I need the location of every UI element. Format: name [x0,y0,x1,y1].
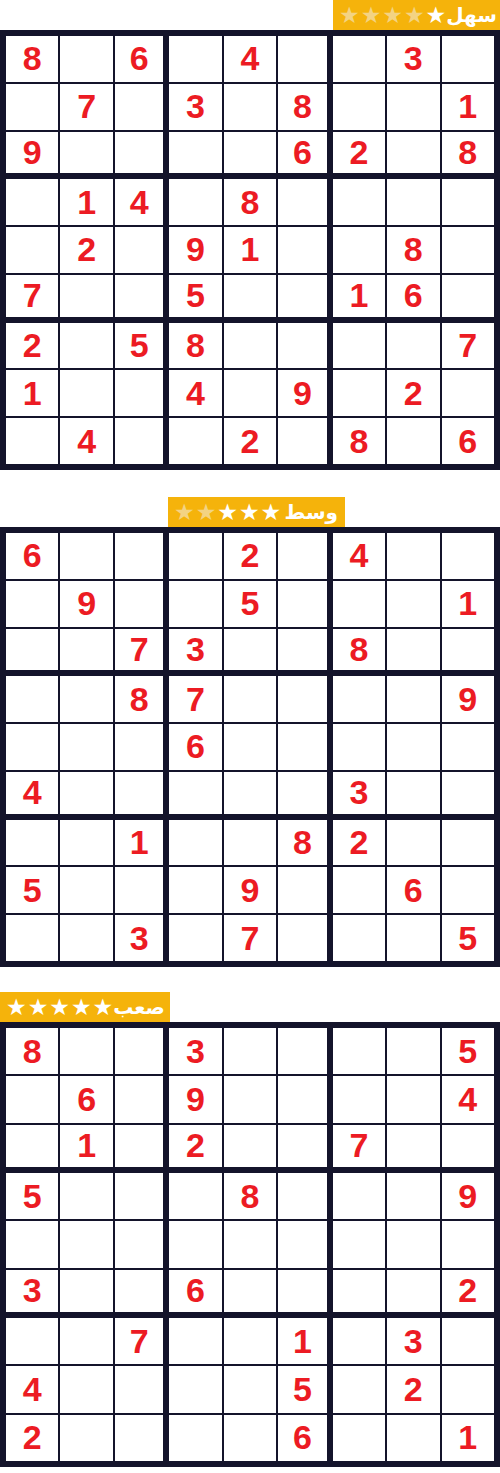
sudoku-cell-given: 5 [224,581,276,627]
sudoku-cell-given: 2 [6,1415,58,1461]
sudoku-cell-empty[interactable] [224,676,276,722]
sudoku-cell-given: 8 [169,323,221,369]
sudoku-cell-empty[interactable] [60,676,112,722]
sudoku-cell-given: 5 [169,275,221,321]
sudoku-cell-empty[interactable] [333,179,385,225]
sudoku-cell-given: 5 [6,867,58,913]
sudoku-cell-empty[interactable] [60,867,112,913]
sudoku-cell-given: 2 [169,1125,221,1171]
sudoku-cell-empty[interactable] [387,1221,439,1267]
sudoku-cell-empty[interactable] [169,581,221,627]
sudoku-cell-empty[interactable] [169,1366,221,1412]
sudoku-cell-empty[interactable] [333,1173,385,1219]
sudoku-cell-given: 6 [115,36,167,82]
sudoku-cell-empty[interactable] [224,820,276,866]
sudoku-cell-empty[interactable] [115,1415,167,1461]
sudoku-cell-empty[interactable] [387,581,439,627]
sudoku-cell-empty[interactable] [224,772,276,818]
sudoku-cell-empty[interactable] [115,1125,167,1171]
sudoku-cell-empty[interactable] [224,1318,276,1364]
sudoku-cell-empty[interactable] [333,915,385,961]
sudoku-cell-empty[interactable] [169,1173,221,1219]
sudoku-cell-given: 2 [333,820,385,866]
star-icon-empty: ★ [382,2,403,28]
sudoku-cell-given: 4 [169,370,221,416]
sudoku-cell-empty[interactable] [224,323,276,369]
sudoku-cell-empty[interactable] [169,179,221,225]
sudoku-cell-empty[interactable] [60,629,112,675]
sudoku-cell-given: 2 [333,132,385,178]
star-icon-filled: ★ [28,994,49,1020]
sudoku-cell-empty[interactable] [387,323,439,369]
sudoku-cell-empty[interactable] [442,370,494,416]
sudoku-cell-empty[interactable] [224,629,276,675]
sudoku-cell-given: 9 [6,132,58,178]
sudoku-cell-empty[interactable] [115,132,167,178]
sudoku-cell-empty[interactable] [224,275,276,321]
sudoku-cell-given: 5 [115,323,167,369]
star-icon-filled: ★ [217,499,238,525]
sudoku-cell-empty[interactable] [60,1318,112,1364]
sudoku-cell-empty[interactable] [387,724,439,770]
sudoku-cell-empty[interactable] [115,227,167,273]
sudoku-cell-empty[interactable] [442,820,494,866]
sudoku-cell-empty[interactable] [442,1366,494,1412]
sudoku-cell-empty[interactable] [6,581,58,627]
sudoku-board-hard: 835694127589362713452261 [0,1022,500,1467]
star-icon-filled: ★ [71,994,92,1020]
sudoku-cell-empty[interactable] [6,418,58,464]
sudoku-cell-empty[interactable] [278,772,330,818]
puzzle-hard: ★★★★★ صعب 835694127589362713452261 [0,992,500,1467]
sudoku-cell-empty[interactable] [442,533,494,579]
sudoku-cell-empty[interactable] [115,533,167,579]
sudoku-cell-given: 2 [387,1366,439,1412]
sudoku-cell-empty[interactable] [60,1415,112,1461]
star-icon-filled: ★ [6,994,27,1020]
star-rating: ★★★★★ [174,499,281,525]
sudoku-cell-empty[interactable] [115,581,167,627]
sudoku-cell-empty[interactable] [224,1366,276,1412]
star-icon-filled: ★ [49,994,70,1020]
sudoku-cell-given: 7 [6,275,58,321]
sudoku-cell-empty[interactable] [387,772,439,818]
sudoku-cell-empty[interactable] [169,36,221,82]
sudoku-cell-empty[interactable] [6,629,58,675]
sudoku-cell-empty[interactable] [60,533,112,579]
sudoku-cell-empty[interactable] [169,1221,221,1267]
sudoku-cell-given: 5 [6,1173,58,1219]
puzzle-easy: ★★★★★ سهل 864373819628148291875162587149… [0,0,500,470]
sudoku-cell-empty[interactable] [6,820,58,866]
sudoku-cell-given: 8 [333,418,385,464]
sudoku-cell-empty[interactable] [387,1415,439,1461]
sudoku-cell-given: 1 [278,1318,330,1364]
sudoku-cell-empty[interactable] [278,418,330,464]
sudoku-cell-empty[interactable] [115,418,167,464]
sudoku-cell-empty[interactable] [278,323,330,369]
sudoku-cell-empty[interactable] [442,629,494,675]
puzzle-medium: ★★★★★ وسط 624951738879643182596375 [0,497,500,967]
sudoku-cell-empty[interactable] [60,1028,112,1074]
sudoku-cell-given: 4 [115,179,167,225]
sudoku-cell-empty[interactable] [6,1221,58,1267]
sudoku-cell-given: 6 [387,867,439,913]
star-rating: ★★★★★ [6,994,113,1020]
sudoku-cell-given: 8 [278,84,330,130]
sudoku-cell-given: 6 [278,1415,330,1461]
sudoku-cell-empty[interactable] [169,132,221,178]
star-icon-filled: ★ [426,2,447,28]
sudoku-cell-empty[interactable] [278,915,330,961]
star-icon-empty: ★ [404,2,425,28]
sudoku-cell-empty[interactable] [278,1173,330,1219]
difficulty-banner-medium: ★★★★★ وسط [168,497,345,527]
sudoku-cell-given: 3 [115,915,167,961]
sudoku-cell-given: 4 [224,36,276,82]
sudoku-cell-empty[interactable] [333,84,385,130]
sudoku-cell-given: 8 [442,132,494,178]
sudoku-cell-empty[interactable] [442,275,494,321]
sudoku-cell-empty[interactable] [333,370,385,416]
sudoku-cell-empty[interactable] [278,227,330,273]
sudoku-cell-empty[interactable] [224,84,276,130]
sudoku-cell-empty[interactable] [60,1221,112,1267]
sudoku-cell-empty[interactable] [6,84,58,130]
sudoku-cell-empty[interactable] [278,1076,330,1122]
sudoku-cell-empty[interactable] [115,1270,167,1316]
sudoku-cell-given: 7 [60,84,112,130]
difficulty-banner-hard: ★★★★★ صعب [0,992,170,1022]
sudoku-cell-given: 9 [442,676,494,722]
sudoku-cell-empty[interactable] [278,1221,330,1267]
sudoku-cell-empty[interactable] [387,179,439,225]
sudoku-cell-empty[interactable] [60,915,112,961]
sudoku-cell-given: 4 [333,533,385,579]
sudoku-cell-empty[interactable] [333,1270,385,1316]
difficulty-label: صعب [113,993,165,1021]
sudoku-cell-empty[interactable] [169,418,221,464]
sudoku-cell-empty[interactable] [442,1125,494,1171]
sudoku-cell-given: 3 [169,1028,221,1074]
sudoku-cell-empty[interactable] [115,724,167,770]
sudoku-cell-given: 3 [333,772,385,818]
sudoku-cell-empty[interactable] [224,1125,276,1171]
sudoku-cell-empty[interactable] [333,676,385,722]
sudoku-cell-empty[interactable] [115,772,167,818]
sudoku-cell-given: 1 [60,1125,112,1171]
sudoku-cell-given: 1 [442,581,494,627]
sudoku-cell-empty[interactable] [115,867,167,913]
sudoku-cell-empty[interactable] [60,275,112,321]
sudoku-cell-empty[interactable] [224,370,276,416]
sudoku-cell-empty[interactable] [278,724,330,770]
sudoku-cell-empty[interactable] [60,323,112,369]
sudoku-cell-empty[interactable] [169,1415,221,1461]
sudoku-page: ★★★★★ سهل 864373819628148291875162587149… [0,0,500,1467]
sudoku-cell-given: 9 [169,227,221,273]
sudoku-cell-given: 4 [442,1076,494,1122]
sudoku-cell-given: 6 [442,418,494,464]
sudoku-cell-empty[interactable] [278,179,330,225]
sudoku-cell-empty[interactable] [115,1173,167,1219]
sudoku-cell-empty[interactable] [387,1076,439,1122]
sudoku-cell-given: 2 [224,418,276,464]
sudoku-cell-empty[interactable] [333,1366,385,1412]
sudoku-cell-empty[interactable] [278,1125,330,1171]
sudoku-cell-empty[interactable] [278,629,330,675]
sudoku-cell-given: 2 [442,1270,494,1316]
sudoku-cell-given: 8 [115,676,167,722]
sudoku-cell-empty[interactable] [387,84,439,130]
sudoku-cell-empty[interactable] [169,772,221,818]
sudoku-cell-empty[interactable] [278,867,330,913]
sudoku-cell-given: 7 [333,1125,385,1171]
sudoku-cell-empty[interactable] [442,1318,494,1364]
sudoku-cell-given: 8 [278,820,330,866]
sudoku-cell-given: 6 [60,1076,112,1122]
sudoku-cell-given: 9 [278,370,330,416]
sudoku-cell-empty[interactable] [115,370,167,416]
sudoku-cell-given: 8 [6,1028,58,1074]
sudoku-cell-empty[interactable] [115,1076,167,1122]
sudoku-cell-given: 9 [442,1173,494,1219]
sudoku-cell-empty[interactable] [6,724,58,770]
sudoku-cell-given: 2 [60,227,112,273]
sudoku-cell-given: 6 [278,132,330,178]
sudoku-cell-empty[interactable] [278,1270,330,1316]
sudoku-cell-given: 9 [60,581,112,627]
sudoku-cell-given: 8 [6,36,58,82]
sudoku-cell-empty[interactable] [333,1028,385,1074]
sudoku-cell-given: 2 [6,323,58,369]
sudoku-cell-empty[interactable] [333,581,385,627]
sudoku-cell-empty[interactable] [169,915,221,961]
sudoku-cell-given: 8 [224,1173,276,1219]
sudoku-board-easy: 86437381962814829187516258714924286 [0,30,500,470]
sudoku-cell-empty[interactable] [442,772,494,818]
sudoku-cell-empty[interactable] [333,724,385,770]
sudoku-cell-given: 9 [224,867,276,913]
sudoku-cell-given: 8 [387,227,439,273]
sudoku-cell-given: 1 [333,275,385,321]
sudoku-cell-empty[interactable] [6,1076,58,1122]
sudoku-cell-given: 3 [169,629,221,675]
sudoku-cell-empty[interactable] [60,1366,112,1412]
star-icon-empty: ★ [196,499,217,525]
sudoku-cell-empty[interactable] [278,676,330,722]
sudoku-cell-given: 1 [60,179,112,225]
star-rating: ★★★★★ [339,2,446,28]
star-icon-empty: ★ [174,499,195,525]
sudoku-cell-empty[interactable] [387,533,439,579]
sudoku-cell-empty[interactable] [278,275,330,321]
sudoku-cell-empty[interactable] [169,533,221,579]
sudoku-cell-given: 5 [278,1366,330,1412]
sudoku-cell-empty[interactable] [6,1125,58,1171]
sudoku-cell-empty[interactable] [442,724,494,770]
sudoku-cell-empty[interactable] [387,820,439,866]
sudoku-cell-empty[interactable] [387,1270,439,1316]
difficulty-banner-easy: ★★★★★ سهل [333,0,500,30]
sudoku-cell-given: 7 [224,915,276,961]
sudoku-cell-given: 3 [169,84,221,130]
sudoku-cell-empty[interactable] [6,179,58,225]
sudoku-cell-empty[interactable] [387,1173,439,1219]
sudoku-cell-empty[interactable] [224,724,276,770]
sudoku-cell-empty[interactable] [387,132,439,178]
sudoku-cell-empty[interactable] [224,1415,276,1461]
sudoku-cell-empty[interactable] [442,179,494,225]
sudoku-cell-given: 7 [442,323,494,369]
sudoku-cell-empty[interactable] [224,1221,276,1267]
sudoku-cell-empty[interactable] [333,1415,385,1461]
difficulty-label: سهل [446,1,497,29]
sudoku-cell-empty[interactable] [115,1221,167,1267]
star-icon-filled: ★ [93,994,114,1020]
sudoku-cell-empty[interactable] [333,323,385,369]
sudoku-cell-given: 4 [60,418,112,464]
sudoku-cell-empty[interactable] [60,370,112,416]
sudoku-cell-given: 7 [115,629,167,675]
sudoku-cell-given: 6 [6,533,58,579]
sudoku-cell-given: 1 [442,84,494,130]
sudoku-cell-empty[interactable] [278,581,330,627]
sudoku-cell-empty[interactable] [387,1125,439,1171]
sudoku-cell-empty[interactable] [387,1028,439,1074]
sudoku-cell-empty[interactable] [169,1318,221,1364]
star-icon-empty: ★ [361,2,382,28]
sudoku-cell-empty[interactable] [333,36,385,82]
sudoku-cell-empty[interactable] [387,676,439,722]
sudoku-cell-empty[interactable] [387,629,439,675]
star-icon-empty: ★ [339,2,360,28]
sudoku-cell-empty[interactable] [278,36,330,82]
sudoku-cell-empty[interactable] [169,820,221,866]
sudoku-cell-given: 1 [115,820,167,866]
sudoku-cell-given: 5 [442,915,494,961]
sudoku-cell-empty[interactable] [224,1076,276,1122]
sudoku-cell-given: 4 [6,772,58,818]
sudoku-cell-empty[interactable] [169,867,221,913]
sudoku-cell-empty[interactable] [60,36,112,82]
sudoku-cell-empty[interactable] [333,1221,385,1267]
sudoku-cell-empty[interactable] [115,1028,167,1074]
sudoku-cell-empty[interactable] [60,1173,112,1219]
sudoku-cell-empty[interactable] [115,84,167,130]
sudoku-cell-given: 5 [442,1028,494,1074]
sudoku-cell-given: 6 [169,724,221,770]
sudoku-cell-empty[interactable] [6,1318,58,1364]
sudoku-cell-empty[interactable] [442,1221,494,1267]
sudoku-cell-empty[interactable] [6,915,58,961]
sudoku-cell-empty[interactable] [60,772,112,818]
sudoku-cell-given: 6 [169,1270,221,1316]
sudoku-cell-given: 6 [387,275,439,321]
sudoku-cell-empty[interactable] [6,676,58,722]
sudoku-cell-empty[interactable] [115,275,167,321]
sudoku-cell-empty[interactable] [442,36,494,82]
star-icon-filled: ★ [239,499,260,525]
sudoku-cell-empty[interactable] [224,1028,276,1074]
sudoku-cell-empty[interactable] [387,915,439,961]
sudoku-cell-given: 2 [224,533,276,579]
sudoku-cell-given: 7 [115,1318,167,1364]
sudoku-cell-empty[interactable] [387,418,439,464]
sudoku-cell-given: 1 [442,1415,494,1461]
sudoku-cell-empty[interactable] [60,132,112,178]
sudoku-cell-given: 8 [333,629,385,675]
sudoku-cell-empty[interactable] [333,1076,385,1122]
sudoku-cell-given: 3 [6,1270,58,1316]
sudoku-cell-given: 8 [224,179,276,225]
sudoku-cell-empty[interactable] [224,132,276,178]
star-icon-filled: ★ [261,499,282,525]
sudoku-cell-empty[interactable] [115,1366,167,1412]
sudoku-cell-given: 3 [387,1318,439,1364]
sudoku-cell-empty[interactable] [224,1270,276,1316]
sudoku-board-medium: 624951738879643182596375 [0,527,500,967]
sudoku-cell-empty[interactable] [333,867,385,913]
sudoku-cell-empty[interactable] [333,227,385,273]
sudoku-cell-empty[interactable] [442,227,494,273]
sudoku-cell-empty[interactable] [278,1028,330,1074]
sudoku-cell-given: 4 [6,1366,58,1412]
sudoku-cell-empty[interactable] [60,1270,112,1316]
sudoku-cell-empty[interactable] [333,1318,385,1364]
sudoku-cell-empty[interactable] [442,867,494,913]
sudoku-cell-given: 1 [224,227,276,273]
sudoku-cell-empty[interactable] [60,820,112,866]
sudoku-cell-given: 3 [387,36,439,82]
difficulty-label: وسط [284,498,338,526]
sudoku-cell-given: 7 [169,676,221,722]
sudoku-cell-given: 9 [169,1076,221,1122]
sudoku-cell-given: 2 [387,370,439,416]
sudoku-cell-given: 1 [6,370,58,416]
sudoku-cell-empty[interactable] [6,227,58,273]
sudoku-cell-empty[interactable] [60,724,112,770]
sudoku-cell-empty[interactable] [278,533,330,579]
